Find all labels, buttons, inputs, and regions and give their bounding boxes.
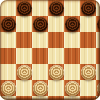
board-square[interactable] — [32, 64, 48, 80]
dark-checker-piece[interactable] — [49, 1, 64, 16]
board-square[interactable] — [16, 80, 32, 96]
light-checker-piece[interactable] — [49, 65, 64, 80]
board-square[interactable] — [80, 96, 96, 100]
board-square[interactable] — [80, 48, 96, 64]
board-square[interactable] — [64, 96, 80, 100]
dark-checker-piece[interactable] — [17, 1, 32, 16]
board-square[interactable] — [96, 0, 100, 16]
board-square[interactable] — [96, 64, 100, 80]
light-checker-piece[interactable] — [81, 65, 96, 80]
board-square[interactable] — [0, 0, 16, 16]
board-square[interactable] — [48, 96, 64, 100]
board-square[interactable] — [16, 48, 32, 64]
board-square[interactable] — [32, 48, 48, 64]
board-square[interactable] — [48, 16, 64, 32]
board-square[interactable] — [16, 16, 32, 32]
board-square[interactable] — [32, 0, 48, 16]
board-square[interactable] — [96, 32, 100, 48]
board-square[interactable] — [16, 96, 32, 100]
board-square[interactable] — [80, 32, 96, 48]
dark-checker-piece[interactable] — [81, 1, 96, 16]
light-checker-piece[interactable] — [17, 65, 32, 80]
checkers-icon — [0, 0, 100, 100]
board-square[interactable] — [96, 48, 100, 64]
checkers-board — [0, 0, 100, 100]
board-square[interactable] — [96, 96, 100, 100]
light-checker-piece[interactable] — [33, 81, 48, 96]
light-checker-piece[interactable] — [1, 81, 16, 96]
board-square[interactable] — [32, 32, 48, 48]
board-square[interactable] — [48, 48, 64, 64]
board-square[interactable] — [48, 32, 64, 48]
board-square[interactable] — [64, 0, 80, 16]
board-square[interactable] — [0, 32, 16, 48]
light-checker-piece[interactable] — [65, 81, 80, 96]
board-square[interactable] — [0, 96, 16, 100]
board-square[interactable] — [48, 80, 64, 96]
board-square[interactable] — [64, 48, 80, 64]
board-square[interactable] — [64, 64, 80, 80]
dark-checker-piece[interactable] — [65, 17, 80, 32]
dark-checker-piece[interactable] — [1, 17, 16, 32]
board-square[interactable] — [80, 16, 96, 32]
board-square[interactable] — [0, 48, 16, 64]
dark-checker-piece[interactable] — [33, 17, 48, 32]
board-square[interactable] — [80, 80, 96, 96]
board-square[interactable] — [0, 64, 16, 80]
board-square[interactable] — [16, 32, 32, 48]
board-square[interactable] — [32, 96, 48, 100]
board-square[interactable] — [64, 32, 80, 48]
